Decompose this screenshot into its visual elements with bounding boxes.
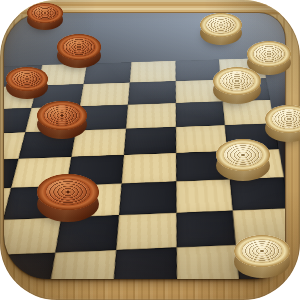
square-c3r2 [26, 106, 80, 132]
screenshot-stage [0, 0, 300, 300]
square-c5r1 [128, 81, 176, 105]
square-c4r3 [71, 129, 125, 157]
square-c3r4 [11, 157, 71, 188]
square-c5r3 [124, 127, 176, 155]
square-c3r7 [4, 253, 55, 279]
square-c7r0 [219, 58, 266, 80]
square-c7r4 [227, 149, 283, 179]
board-perspective [4, 63, 285, 279]
square-c3r1 [32, 84, 84, 108]
square-c5r4 [121, 153, 175, 184]
square-c6r2 [176, 101, 226, 126]
square-c5r7 [113, 247, 177, 279]
square-c4r7 [49, 250, 116, 279]
square-c4r0 [84, 62, 132, 84]
square-c6r7 [176, 245, 239, 279]
square-c7r2 [223, 100, 274, 125]
square-c3r5 [4, 186, 67, 220]
square-c5r2 [126, 103, 176, 129]
square-c6r1 [175, 80, 223, 103]
square-c6r5 [176, 179, 233, 212]
square-c5r0 [130, 61, 176, 83]
checkers-app-icon[interactable] [0, 0, 300, 300]
square-c7r3 [225, 123, 279, 151]
square-c7r7 [236, 242, 285, 279]
square-c4r6 [55, 215, 118, 252]
square-c6r4 [176, 151, 230, 181]
square-c5r5 [119, 181, 176, 215]
square-c3r0 [37, 64, 87, 86]
square-c6r6 [176, 211, 236, 248]
square-c4r4 [67, 155, 124, 186]
square-c7r1 [221, 78, 270, 101]
board-grid [4, 58, 285, 279]
square-c6r3 [176, 125, 228, 153]
square-c3r3 [19, 130, 76, 158]
square-c3r6 [4, 217, 61, 255]
square-c4r1 [80, 83, 130, 107]
square-c7r6 [233, 208, 285, 245]
board [4, 13, 285, 279]
square-c4r5 [61, 184, 121, 218]
square-c6r0 [175, 59, 221, 81]
square-c5r6 [116, 213, 176, 250]
square-c7r5 [230, 177, 285, 210]
square-c4r2 [76, 105, 128, 131]
